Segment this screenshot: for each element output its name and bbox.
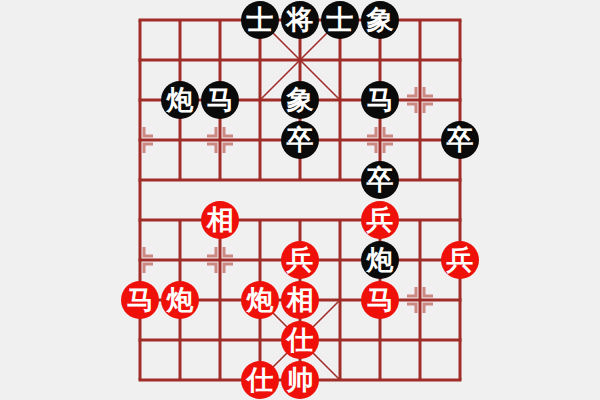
piece-black-advisor[interactable]: 士 [241, 1, 279, 39]
piece-glyph: 炮 [247, 281, 274, 319]
piece-black-cannon[interactable]: 炮 [161, 81, 199, 119]
piece-red-cannon[interactable]: 炮 [241, 281, 279, 319]
piece-glyph: 炮 [167, 81, 194, 119]
piece-glyph: 象 [287, 81, 314, 119]
piece-red-soldier[interactable]: 兵 [441, 241, 479, 279]
piece-red-elephant[interactable]: 相 [201, 201, 239, 239]
piece-glyph: 马 [367, 81, 394, 119]
piece-black-cannon[interactable]: 炮 [361, 241, 399, 279]
piece-glyph: 马 [127, 281, 154, 319]
board-pieces-grid[interactable]: 士将士象炮马象马卒卒卒相兵兵炮兵马炮炮相马仕仕帅 [120, 0, 480, 400]
piece-glyph: 仕 [247, 361, 274, 399]
piece-glyph: 相 [287, 281, 314, 319]
piece-black-general[interactable]: 将 [281, 1, 319, 39]
piece-glyph: 卒 [287, 121, 314, 159]
piece-red-soldier[interactable]: 兵 [281, 241, 319, 279]
piece-glyph: 兵 [447, 241, 474, 279]
piece-glyph: 士 [247, 1, 274, 39]
piece-black-elephant[interactable]: 象 [281, 81, 319, 119]
piece-black-soldier[interactable]: 卒 [361, 161, 399, 199]
piece-red-horse[interactable]: 马 [121, 281, 159, 319]
piece-red-horse[interactable]: 马 [361, 281, 399, 319]
piece-glyph: 马 [367, 281, 394, 319]
piece-glyph: 兵 [287, 241, 314, 279]
piece-glyph: 士 [327, 1, 354, 39]
piece-glyph: 将 [287, 1, 314, 39]
piece-glyph: 象 [367, 1, 394, 39]
piece-red-cannon[interactable]: 炮 [161, 281, 199, 319]
piece-red-advisor[interactable]: 仕 [241, 361, 279, 399]
piece-glyph: 仕 [287, 321, 314, 359]
piece-black-advisor[interactable]: 士 [321, 1, 359, 39]
piece-red-elephant[interactable]: 相 [281, 281, 319, 319]
piece-glyph: 马 [207, 81, 234, 119]
piece-black-soldier[interactable]: 卒 [441, 121, 479, 159]
piece-black-horse[interactable]: 马 [201, 81, 239, 119]
piece-black-horse[interactable]: 马 [361, 81, 399, 119]
piece-black-soldier[interactable]: 卒 [281, 121, 319, 159]
piece-glyph: 炮 [367, 241, 394, 279]
piece-red-general[interactable]: 帅 [281, 361, 319, 399]
piece-glyph: 相 [207, 201, 234, 239]
piece-black-elephant[interactable]: 象 [361, 1, 399, 39]
piece-glyph: 卒 [367, 161, 394, 199]
piece-glyph: 帅 [287, 361, 314, 399]
piece-glyph: 卒 [447, 121, 474, 159]
piece-glyph: 炮 [167, 281, 194, 319]
xiangqi-board-stage: 士将士象炮马象马卒卒卒相兵兵炮兵马炮炮相马仕仕帅 [0, 0, 600, 400]
piece-red-soldier[interactable]: 兵 [361, 201, 399, 239]
piece-red-advisor[interactable]: 仕 [281, 321, 319, 359]
piece-glyph: 兵 [367, 201, 394, 239]
